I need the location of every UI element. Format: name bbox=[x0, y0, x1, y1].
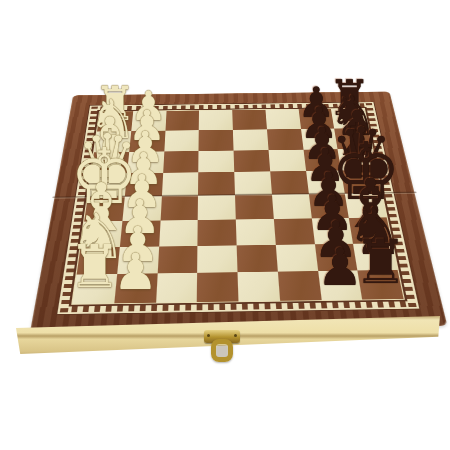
board-square bbox=[353, 243, 397, 271]
board-square bbox=[77, 247, 120, 275]
mosaic-border bbox=[56, 102, 421, 315]
board-square bbox=[88, 173, 127, 197]
board-square bbox=[122, 196, 161, 221]
chess-board-grid bbox=[72, 108, 403, 303]
board-square bbox=[270, 171, 308, 194]
board-square bbox=[331, 108, 368, 128]
board-square bbox=[117, 246, 159, 274]
board-square bbox=[199, 130, 234, 151]
board-square bbox=[164, 130, 199, 151]
board-square bbox=[237, 244, 278, 272]
board-square bbox=[234, 172, 271, 195]
board-square bbox=[233, 129, 268, 150]
board-square bbox=[94, 131, 131, 152]
board-square bbox=[274, 218, 315, 244]
board-square bbox=[345, 193, 387, 218]
board-square bbox=[238, 272, 280, 302]
board-square bbox=[349, 217, 392, 243]
board-square bbox=[314, 243, 357, 271]
board-square bbox=[197, 245, 237, 273]
board-square bbox=[301, 128, 338, 149]
board-square bbox=[120, 220, 160, 246]
board-square bbox=[156, 273, 198, 303]
board-square bbox=[265, 109, 300, 129]
chess-set-photo: ♜♟♟♜♞♟♟♞♝♟♟♝♛♟♟♛♚♟♟♚♝♟♟♝♞♟♟♞♜♟♟♜ bbox=[0, 0, 450, 450]
board-square bbox=[308, 194, 349, 219]
board-square bbox=[338, 149, 377, 171]
chess-board bbox=[30, 91, 447, 332]
board-square bbox=[232, 110, 267, 130]
board-square bbox=[97, 111, 133, 131]
board-square bbox=[91, 152, 129, 174]
board-square bbox=[267, 129, 303, 150]
clasp-screw bbox=[234, 334, 237, 337]
board-square bbox=[131, 111, 166, 131]
board-square bbox=[125, 173, 163, 197]
board-square bbox=[198, 172, 235, 195]
board-square bbox=[318, 271, 363, 301]
board-square bbox=[268, 149, 305, 171]
board-square bbox=[160, 195, 198, 220]
board-square bbox=[165, 110, 199, 130]
board-square bbox=[197, 272, 238, 302]
board-square bbox=[236, 219, 276, 245]
board-square bbox=[234, 150, 270, 172]
board-square bbox=[306, 171, 345, 194]
board-square bbox=[198, 195, 236, 220]
board-square bbox=[298, 109, 334, 129]
board-square bbox=[334, 128, 372, 149]
board-square bbox=[81, 221, 123, 247]
board-square bbox=[161, 172, 198, 195]
clasp-screw bbox=[207, 334, 210, 337]
board-square bbox=[159, 220, 198, 246]
board-square bbox=[198, 150, 234, 172]
board-square bbox=[341, 170, 381, 193]
board-square bbox=[199, 110, 233, 130]
board-square bbox=[272, 194, 312, 219]
board-square bbox=[358, 270, 404, 300]
board-square bbox=[72, 274, 116, 304]
board-square bbox=[127, 151, 164, 173]
board-square bbox=[311, 218, 353, 244]
board-square bbox=[276, 244, 318, 272]
board-square bbox=[278, 271, 322, 301]
board-square bbox=[114, 274, 157, 304]
clasp-loop-icon bbox=[211, 339, 233, 362]
board-square bbox=[198, 219, 237, 245]
board-square bbox=[84, 196, 124, 221]
board-square bbox=[129, 131, 165, 152]
board-square bbox=[163, 151, 199, 173]
board-square bbox=[157, 246, 198, 274]
board-square bbox=[235, 195, 274, 220]
board-square bbox=[303, 149, 341, 171]
